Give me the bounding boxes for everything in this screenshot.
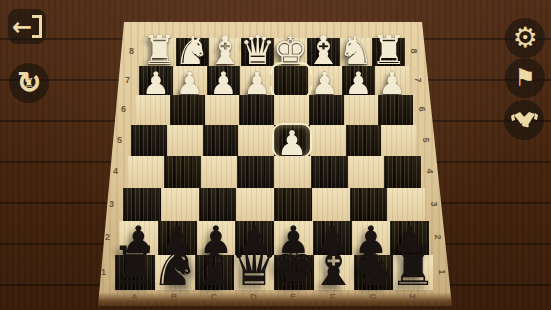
rank-label-right-5: 5 (421, 137, 431, 142)
back-arrow-icon: ← (12, 15, 32, 39)
rank-label-right-3: 3 (429, 201, 439, 206)
square-f4[interactable] (311, 156, 348, 188)
piece-wP-e5[interactable]: ♟ (277, 126, 307, 160)
square-b5[interactable] (167, 125, 203, 156)
square-b7[interactable]: ♟ (173, 66, 207, 95)
rank-label-left-4: 4 (113, 166, 118, 176)
square-d3[interactable] (236, 188, 274, 221)
last-move-from-marker (271, 63, 311, 98)
square-g6[interactable] (344, 95, 379, 125)
rank-label-right-8: 8 (409, 48, 419, 53)
square-d4[interactable] (237, 156, 274, 188)
file-label-F: F (330, 292, 336, 302)
square-b3[interactable] (161, 188, 199, 221)
rank-label-right-7: 7 (413, 77, 423, 82)
gear-icon: ⚙ (512, 24, 537, 52)
piece-wR-h8[interactable]: ♜ (371, 30, 407, 70)
square-e1[interactable]: ♚ (274, 255, 314, 290)
square-a7[interactable]: ♟ (139, 66, 173, 95)
square-h4[interactable] (384, 156, 421, 188)
rank-label-left-5: 5 (117, 135, 122, 145)
square-g4[interactable] (348, 156, 385, 188)
rank-label-left-7: 7 (125, 75, 130, 85)
square-g3[interactable] (350, 188, 388, 221)
square-g7[interactable]: ♟ (342, 66, 376, 95)
file-label-A: A (131, 292, 138, 302)
rotate-board-button[interactable]: ↻ ♜ (9, 63, 49, 103)
rank-label-left-3: 3 (109, 199, 114, 209)
rank-label-right-1: 1 (437, 269, 447, 274)
board-row-rank-6 (135, 95, 413, 125)
board-row-rank-4 (127, 156, 421, 188)
square-b1[interactable]: ♞ (155, 255, 195, 290)
square-c8[interactable]: ♝ (209, 38, 242, 66)
rotate-rook-icon: ♜ (24, 77, 35, 89)
square-d7[interactable]: ♟ (240, 66, 274, 95)
file-label-H: H (409, 292, 416, 302)
square-c3[interactable] (199, 188, 237, 221)
square-f1[interactable]: ♝ (314, 255, 354, 290)
square-c7[interactable]: ♟ (207, 66, 241, 95)
square-g1[interactable]: ♞ (354, 255, 394, 290)
square-f6[interactable] (309, 95, 344, 125)
rank-label-left-1: 1 (101, 267, 106, 277)
square-f5[interactable] (310, 125, 346, 156)
square-h5[interactable] (381, 125, 417, 156)
square-f7[interactable]: ♟ (308, 66, 342, 95)
board-row-rank-7: ♟♟♟♟♟♟♟ (139, 66, 409, 95)
rank-label-right-2: 2 (433, 234, 443, 239)
square-c4[interactable] (201, 156, 238, 188)
resign-button[interactable]: ⚑ (505, 58, 545, 98)
square-b4[interactable] (164, 156, 201, 188)
square-c6[interactable] (205, 95, 240, 125)
square-e3[interactable] (274, 188, 312, 221)
piece-bR-h1[interactable]: ♜ (389, 240, 437, 294)
square-d8[interactable]: ♛ (241, 38, 274, 66)
square-h8[interactable]: ♜ (372, 38, 405, 66)
square-a8[interactable]: ♜ (143, 38, 176, 66)
piece-wB-f8[interactable]: ♝ (305, 30, 341, 70)
piece-wQ-d8[interactable]: ♛ (240, 30, 276, 70)
square-a5[interactable] (131, 125, 167, 156)
square-d5[interactable] (238, 125, 274, 156)
square-h7[interactable]: ♟ (375, 66, 409, 95)
square-c5[interactable] (203, 125, 239, 156)
square-d6[interactable] (239, 95, 274, 125)
file-label-E: E (290, 292, 296, 302)
offer-draw-button[interactable] (504, 100, 544, 140)
square-b6[interactable] (170, 95, 205, 125)
rank-label-right-4: 4 (425, 168, 435, 173)
piece-wB-c8[interactable]: ♝ (207, 30, 243, 70)
piece-wN-g8[interactable]: ♞ (338, 30, 374, 70)
square-g8[interactable]: ♞ (340, 38, 373, 66)
square-a1[interactable]: ♜ (115, 255, 155, 290)
square-a3[interactable] (123, 188, 161, 221)
piece-wN-b8[interactable]: ♞ (174, 30, 210, 70)
rank-label-left-8: 8 (129, 46, 134, 56)
square-f8[interactable]: ♝ (307, 38, 340, 66)
square-d1[interactable]: ♛ (234, 255, 274, 290)
square-a4[interactable] (127, 156, 164, 188)
piece-wK-e8[interactable]: ♚ (272, 30, 308, 70)
rank-label-left-6: 6 (121, 104, 126, 114)
square-e6[interactable] (274, 95, 309, 125)
board-row-rank-1: ♜♞♝♛♚♝♞♜ (115, 255, 433, 290)
square-f3[interactable] (312, 188, 350, 221)
flag-icon: ⚑ (514, 66, 536, 90)
square-g5[interactable] (346, 125, 382, 156)
back-bracket-icon (32, 15, 42, 38)
piece-wR-a8[interactable]: ♜ (141, 30, 177, 70)
square-a6[interactable] (135, 95, 170, 125)
board-row-rank-5: ♟ (131, 125, 417, 156)
file-label-C: C (210, 292, 217, 302)
handshake-icon (511, 111, 538, 130)
back-button[interactable]: ← (8, 9, 46, 44)
rank-label-left-2: 2 (105, 232, 110, 242)
file-label-G: G (369, 292, 376, 302)
square-h3[interactable] (387, 188, 425, 221)
square-c1[interactable]: ♝ (195, 255, 235, 290)
square-e5[interactable]: ♟ (274, 125, 310, 156)
game-screen: ♜♞♝♛♚♝♞♜♟♟♟♟♟♟♟♟♟♟♟♟♟♟♟♟♜♞♝♛♚♝♞♜ 8877665… (0, 0, 551, 310)
square-e7[interactable] (274, 66, 308, 95)
settings-button[interactable]: ⚙ (505, 18, 545, 58)
square-e8[interactable]: ♚ (274, 38, 307, 66)
board-row-rank-3 (123, 188, 425, 221)
file-label-B: B (171, 292, 178, 302)
square-b8[interactable]: ♞ (176, 38, 209, 66)
board-row-rank-8: ♜♞♝♛♚♝♞♜ (143, 38, 405, 66)
square-h1[interactable]: ♜ (393, 255, 433, 290)
file-label-D: D (250, 292, 257, 302)
square-h6[interactable] (378, 95, 413, 125)
square-e4[interactable] (274, 156, 311, 188)
rank-label-right-6: 6 (417, 106, 427, 111)
